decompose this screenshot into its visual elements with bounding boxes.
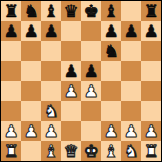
white-knight-icon: ♞	[43, 101, 58, 121]
square-a6[interactable]	[1, 41, 21, 61]
square-h4[interactable]	[141, 81, 161, 101]
square-c7[interactable]: ♟	[41, 21, 61, 41]
white-pawn-icon: ♟	[3, 121, 18, 141]
square-c3[interactable]: ♞	[41, 101, 61, 121]
square-g8[interactable]	[121, 1, 141, 21]
white-queen-icon: ♛	[63, 141, 78, 161]
square-d7[interactable]	[61, 21, 81, 41]
square-c5[interactable]	[41, 61, 61, 81]
square-c1[interactable]: ♝	[41, 141, 61, 161]
square-g2[interactable]: ♟	[121, 121, 141, 141]
square-e1[interactable]: ♚	[81, 141, 101, 161]
white-king-icon: ♚	[83, 141, 98, 161]
square-b5[interactable]	[21, 61, 41, 81]
white-bishop-icon: ♝	[103, 141, 118, 161]
white-rook-icon: ♜	[143, 141, 158, 161]
black-rook-icon: ♜	[143, 1, 158, 21]
square-h5[interactable]	[141, 61, 161, 81]
square-e7[interactable]	[81, 21, 101, 41]
square-f7[interactable]: ♟	[101, 21, 121, 41]
square-a5[interactable]	[1, 61, 21, 81]
square-h2[interactable]: ♟	[141, 121, 161, 141]
square-a4[interactable]	[1, 81, 21, 101]
black-knight-icon: ♞	[23, 1, 38, 21]
black-pawn-icon: ♟	[63, 61, 78, 81]
square-f6[interactable]: ♞	[101, 41, 121, 61]
white-knight-icon: ♞	[123, 141, 138, 161]
square-e8[interactable]: ♚	[81, 1, 101, 21]
square-a2[interactable]: ♟	[1, 121, 21, 141]
square-g6[interactable]	[121, 41, 141, 61]
black-pawn-icon: ♟	[123, 21, 138, 41]
square-g7[interactable]: ♟	[121, 21, 141, 41]
square-g1[interactable]: ♞	[121, 141, 141, 161]
square-d3[interactable]	[61, 101, 81, 121]
black-pawn-icon: ♟	[3, 21, 18, 41]
white-pawn-icon: ♟	[43, 121, 58, 141]
square-b4[interactable]	[21, 81, 41, 101]
square-h6[interactable]	[141, 41, 161, 61]
square-g4[interactable]	[121, 81, 141, 101]
square-f3[interactable]	[101, 101, 121, 121]
square-h3[interactable]	[141, 101, 161, 121]
square-h8[interactable]: ♜	[141, 1, 161, 21]
square-g3[interactable]	[121, 101, 141, 121]
square-h7[interactable]: ♟	[141, 21, 161, 41]
square-d5[interactable]: ♟	[61, 61, 81, 81]
black-queen-icon: ♛	[63, 1, 78, 21]
square-d1[interactable]: ♛	[61, 141, 81, 161]
black-rook-icon: ♜	[3, 1, 18, 21]
black-pawn-icon: ♟	[83, 61, 98, 81]
square-c4[interactable]	[41, 81, 61, 101]
black-pawn-icon: ♟	[143, 21, 158, 41]
square-c8[interactable]: ♝	[41, 1, 61, 21]
black-knight-icon: ♞	[103, 41, 118, 61]
square-e3[interactable]	[81, 101, 101, 121]
white-pawn-icon: ♟	[143, 121, 158, 141]
square-b7[interactable]: ♟	[21, 21, 41, 41]
square-h1[interactable]: ♜	[141, 141, 161, 161]
black-bishop-icon: ♝	[103, 1, 118, 21]
white-pawn-icon: ♟	[123, 121, 138, 141]
white-pawn-icon: ♟	[83, 81, 98, 101]
square-e5[interactable]: ♟	[81, 61, 101, 81]
square-a3[interactable]	[1, 101, 21, 121]
square-c6[interactable]	[41, 41, 61, 61]
white-pawn-icon: ♟	[103, 121, 118, 141]
square-d6[interactable]	[61, 41, 81, 61]
square-b3[interactable]	[21, 101, 41, 121]
square-f5[interactable]	[101, 61, 121, 81]
black-king-icon: ♚	[83, 1, 98, 21]
black-pawn-icon: ♟	[103, 21, 118, 41]
square-a7[interactable]: ♟	[1, 21, 21, 41]
square-f2[interactable]: ♟	[101, 121, 121, 141]
black-pawn-icon: ♟	[23, 21, 38, 41]
square-g5[interactable]	[121, 61, 141, 81]
chess-board: ♜♞♝♛♚♝♜♟♟♟♟♟♟♞♟♟♟♟♞♟♟♟♟♟♟♜♝♛♚♝♞♜	[0, 0, 162, 162]
square-f4[interactable]	[101, 81, 121, 101]
square-c2[interactable]: ♟	[41, 121, 61, 141]
square-b2[interactable]: ♟	[21, 121, 41, 141]
board-grid: ♜♞♝♛♚♝♜♟♟♟♟♟♟♞♟♟♟♟♞♟♟♟♟♟♟♜♝♛♚♝♞♜	[1, 1, 161, 161]
square-b8[interactable]: ♞	[21, 1, 41, 21]
square-f1[interactable]: ♝	[101, 141, 121, 161]
black-pawn-icon: ♟	[43, 21, 58, 41]
white-pawn-icon: ♟	[63, 81, 78, 101]
square-d4[interactable]: ♟	[61, 81, 81, 101]
square-d2[interactable]	[61, 121, 81, 141]
square-e4[interactable]: ♟	[81, 81, 101, 101]
square-a8[interactable]: ♜	[1, 1, 21, 21]
square-b1[interactable]	[21, 141, 41, 161]
square-b6[interactable]	[21, 41, 41, 61]
square-a1[interactable]: ♜	[1, 141, 21, 161]
square-d8[interactable]: ♛	[61, 1, 81, 21]
white-rook-icon: ♜	[3, 141, 18, 161]
square-e6[interactable]	[81, 41, 101, 61]
white-bishop-icon: ♝	[43, 141, 58, 161]
square-f8[interactable]: ♝	[101, 1, 121, 21]
square-e2[interactable]	[81, 121, 101, 141]
black-bishop-icon: ♝	[43, 1, 58, 21]
white-pawn-icon: ♟	[23, 121, 38, 141]
